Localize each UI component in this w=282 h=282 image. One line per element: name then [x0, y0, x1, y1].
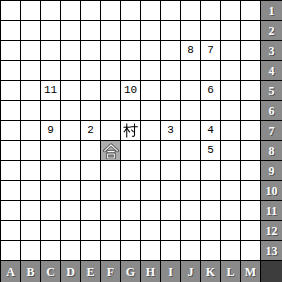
cell-E13[interactable] — [81, 241, 101, 261]
cell-C9[interactable] — [41, 161, 61, 181]
cell-A4[interactable] — [1, 61, 21, 81]
cell-D8[interactable] — [61, 141, 81, 161]
cell-M13[interactable] — [241, 241, 261, 261]
row-label-12: 12 — [261, 221, 282, 241]
row-label-11: 11 — [261, 201, 282, 221]
cell-G4[interactable] — [121, 61, 141, 81]
cell-B2[interactable] — [21, 21, 41, 41]
cell-J9[interactable] — [181, 161, 201, 181]
cell-B11[interactable] — [21, 201, 41, 221]
cell-A5[interactable] — [1, 81, 21, 101]
kanji-mura-icon — [123, 123, 138, 138]
cell-A13[interactable] — [1, 241, 21, 261]
col-label-C: C — [41, 261, 61, 282]
cell-J11[interactable] — [181, 201, 201, 221]
cell-G5[interactable]: 10 — [121, 81, 141, 101]
cell-L7[interactable] — [221, 121, 241, 141]
cell-A6[interactable] — [1, 101, 21, 121]
cell-D13[interactable] — [61, 241, 81, 261]
cell-L11[interactable] — [221, 201, 241, 221]
col-label-B: B — [21, 261, 41, 282]
cell-J7[interactable] — [181, 121, 201, 141]
cell-J12[interactable] — [181, 221, 201, 241]
row-label-6: 6 — [261, 101, 282, 121]
cell-M3[interactable] — [241, 41, 261, 61]
kanji-gou-icon — [103, 143, 119, 159]
cell-M2[interactable] — [241, 21, 261, 41]
col-label-L: L — [221, 261, 241, 282]
cell-J4[interactable] — [181, 61, 201, 81]
row-label-5: 5 — [261, 81, 282, 101]
cell-M10[interactable] — [241, 181, 261, 201]
cell-D7[interactable] — [61, 121, 81, 141]
row-label-2: 2 — [261, 21, 282, 41]
row-label-1: 1 — [261, 1, 282, 21]
cell-B10[interactable] — [21, 181, 41, 201]
cell-C6[interactable] — [41, 101, 61, 121]
cell-G8[interactable] — [121, 141, 141, 161]
cell-E4[interactable] — [81, 61, 101, 81]
cell-K6[interactable] — [201, 101, 221, 121]
cell-A1[interactable] — [1, 1, 21, 21]
col-label-F: F — [101, 261, 121, 282]
cell-A12[interactable] — [1, 221, 21, 241]
cell-E3[interactable] — [81, 41, 101, 61]
cell-M4[interactable] — [241, 61, 261, 81]
cell-D10[interactable] — [61, 181, 81, 201]
cell-G6[interactable] — [121, 101, 141, 121]
cell-C3[interactable] — [41, 41, 61, 61]
cell-F2[interactable] — [101, 21, 121, 41]
cell-D2[interactable] — [61, 21, 81, 41]
cell-H1[interactable] — [141, 1, 161, 21]
cell-G9[interactable] — [121, 161, 141, 181]
cell-D11[interactable] — [61, 201, 81, 221]
cell-J5[interactable] — [181, 81, 201, 101]
cell-I10[interactable] — [161, 181, 181, 201]
cell-F8[interactable] — [101, 141, 121, 161]
cell-I8[interactable] — [161, 141, 181, 161]
cell-H10[interactable] — [141, 181, 161, 201]
cell-B13[interactable] — [21, 241, 41, 261]
cell-H12[interactable] — [141, 221, 161, 241]
cell-L5[interactable] — [221, 81, 241, 101]
col-label-I: I — [161, 261, 181, 282]
cell-F13[interactable] — [101, 241, 121, 261]
cell-I12[interactable] — [161, 221, 181, 241]
cell-H3[interactable] — [141, 41, 161, 61]
cell-J1[interactable] — [181, 1, 201, 21]
cell-L12[interactable] — [221, 221, 241, 241]
cell-E5[interactable] — [81, 81, 101, 101]
col-label-J: J — [181, 261, 201, 282]
cell-I13[interactable] — [161, 241, 181, 261]
cell-D1[interactable] — [61, 1, 81, 21]
col-label-K: K — [201, 261, 221, 282]
cell-F10[interactable] — [101, 181, 121, 201]
col-label-G: G — [121, 261, 141, 282]
cell-M9[interactable] — [241, 161, 261, 181]
cell-K12[interactable] — [201, 221, 221, 241]
cell-C10[interactable] — [41, 181, 61, 201]
cell-C4[interactable] — [41, 61, 61, 81]
cell-F7[interactable] — [101, 121, 121, 141]
cell-D3[interactable] — [61, 41, 81, 61]
cell-M8[interactable] — [241, 141, 261, 161]
cell-B8[interactable] — [21, 141, 41, 161]
cell-A11[interactable] — [1, 201, 21, 221]
cell-E6[interactable] — [81, 101, 101, 121]
cell-E7[interactable]: 2 — [81, 121, 101, 141]
cell-H11[interactable] — [141, 201, 161, 221]
cell-K7[interactable]: 4 — [201, 121, 221, 141]
cell-C8[interactable] — [41, 141, 61, 161]
cell-K5[interactable]: 6 — [201, 81, 221, 101]
cell-J2[interactable] — [181, 21, 201, 41]
cell-M11[interactable] — [241, 201, 261, 221]
cell-A8[interactable] — [1, 141, 21, 161]
cell-F12[interactable] — [101, 221, 121, 241]
cell-I5[interactable] — [161, 81, 181, 101]
cell-B1[interactable] — [21, 1, 41, 21]
cell-A9[interactable] — [1, 161, 21, 181]
col-label-E: E — [81, 261, 101, 282]
col-label-A: A — [1, 261, 21, 282]
cell-D5[interactable] — [61, 81, 81, 101]
cell-A2[interactable] — [1, 21, 21, 41]
cell-I3[interactable] — [161, 41, 181, 61]
cell-G1[interactable] — [121, 1, 141, 21]
cell-L13[interactable] — [221, 241, 241, 261]
row-label-13: 13 — [261, 241, 282, 261]
cell-J3[interactable]: 8 — [181, 41, 201, 61]
cell-B12[interactable] — [21, 221, 41, 241]
cell-E12[interactable] — [81, 221, 101, 241]
cell-A7[interactable] — [1, 121, 21, 141]
cell-M6[interactable] — [241, 101, 261, 121]
row-label-9: 9 — [261, 161, 282, 181]
row-label-8: 8 — [261, 141, 282, 161]
cell-E2[interactable] — [81, 21, 101, 41]
cell-K11[interactable] — [201, 201, 221, 221]
cell-L1[interactable] — [221, 1, 241, 21]
cell-M12[interactable] — [241, 221, 261, 241]
cell-I9[interactable] — [161, 161, 181, 181]
cell-H7[interactable] — [141, 121, 161, 141]
cell-A10[interactable] — [1, 181, 21, 201]
cell-H13[interactable] — [141, 241, 161, 261]
puzzle-board: 12873411106569234758910111213ABCDEFGHIJK… — [0, 0, 282, 282]
cell-B7[interactable] — [21, 121, 41, 141]
cell-H9[interactable] — [141, 161, 161, 181]
cell-G12[interactable] — [121, 221, 141, 241]
cell-B9[interactable] — [21, 161, 41, 181]
cell-B5[interactable] — [21, 81, 41, 101]
cell-C2[interactable] — [41, 21, 61, 41]
cell-A3[interactable] — [1, 41, 21, 61]
cell-B6[interactable] — [21, 101, 41, 121]
cell-K10[interactable] — [201, 181, 221, 201]
row-label-3: 3 — [261, 41, 282, 61]
cell-K4[interactable] — [201, 61, 221, 81]
cell-I7[interactable]: 3 — [161, 121, 181, 141]
cell-H2[interactable] — [141, 21, 161, 41]
cell-J13[interactable] — [181, 241, 201, 261]
cell-L6[interactable] — [221, 101, 241, 121]
cell-L9[interactable] — [221, 161, 241, 181]
cell-I1[interactable] — [161, 1, 181, 21]
cell-L3[interactable] — [221, 41, 241, 61]
cell-L10[interactable] — [221, 181, 241, 201]
row-label-4: 4 — [261, 61, 282, 81]
cell-L4[interactable] — [221, 61, 241, 81]
cell-E8[interactable] — [81, 141, 101, 161]
row-label-7: 7 — [261, 121, 282, 141]
cell-K3[interactable]: 7 — [201, 41, 221, 61]
cell-G7[interactable] — [121, 121, 141, 141]
cell-F3[interactable] — [101, 41, 121, 61]
cell-J10[interactable] — [181, 181, 201, 201]
cell-I11[interactable] — [161, 201, 181, 221]
cell-L2[interactable] — [221, 21, 241, 41]
cell-H8[interactable] — [141, 141, 161, 161]
cell-H4[interactable] — [141, 61, 161, 81]
cell-H5[interactable] — [141, 81, 161, 101]
cell-K2[interactable] — [201, 21, 221, 41]
cell-G11[interactable] — [121, 201, 141, 221]
cell-E1[interactable] — [81, 1, 101, 21]
cell-G13[interactable] — [121, 241, 141, 261]
cell-K9[interactable] — [201, 161, 221, 181]
cell-I6[interactable] — [161, 101, 181, 121]
cell-G10[interactable] — [121, 181, 141, 201]
cell-F6[interactable] — [101, 101, 121, 121]
cell-E9[interactable] — [81, 161, 101, 181]
cell-B3[interactable] — [21, 41, 41, 61]
col-label-M: M — [241, 261, 261, 282]
cell-H6[interactable] — [141, 101, 161, 121]
cell-C11[interactable] — [41, 201, 61, 221]
cell-C1[interactable] — [41, 1, 61, 21]
col-label-D: D — [61, 261, 81, 282]
cell-L8[interactable] — [221, 141, 241, 161]
cell-I4[interactable] — [161, 61, 181, 81]
cell-G3[interactable] — [121, 41, 141, 61]
cell-F11[interactable] — [101, 201, 121, 221]
cell-K13[interactable] — [201, 241, 221, 261]
cell-C5[interactable]: 11 — [41, 81, 61, 101]
cell-F4[interactable] — [101, 61, 121, 81]
cell-F1[interactable] — [101, 1, 121, 21]
cell-C13[interactable] — [41, 241, 61, 261]
cell-M1[interactable] — [241, 1, 261, 21]
cell-C12[interactable] — [41, 221, 61, 241]
cell-M7[interactable] — [241, 121, 261, 141]
cell-B4[interactable] — [21, 61, 41, 81]
cell-J8[interactable] — [181, 141, 201, 161]
cell-J6[interactable] — [181, 101, 201, 121]
cell-F5[interactable] — [101, 81, 121, 101]
cell-E10[interactable] — [81, 181, 101, 201]
cell-F9[interactable] — [101, 161, 121, 181]
cell-D12[interactable] — [61, 221, 81, 241]
cell-D9[interactable] — [61, 161, 81, 181]
cell-M5[interactable] — [241, 81, 261, 101]
cell-E11[interactable] — [81, 201, 101, 221]
corner-cell — [261, 261, 282, 282]
row-label-10: 10 — [261, 181, 282, 201]
cell-D4[interactable] — [61, 61, 81, 81]
cell-G2[interactable] — [121, 21, 141, 41]
cell-C7[interactable]: 9 — [41, 121, 61, 141]
cell-I2[interactable] — [161, 21, 181, 41]
cell-K1[interactable] — [201, 1, 221, 21]
cell-K8[interactable]: 5 — [201, 141, 221, 161]
col-label-H: H — [141, 261, 161, 282]
cell-D6[interactable] — [61, 101, 81, 121]
